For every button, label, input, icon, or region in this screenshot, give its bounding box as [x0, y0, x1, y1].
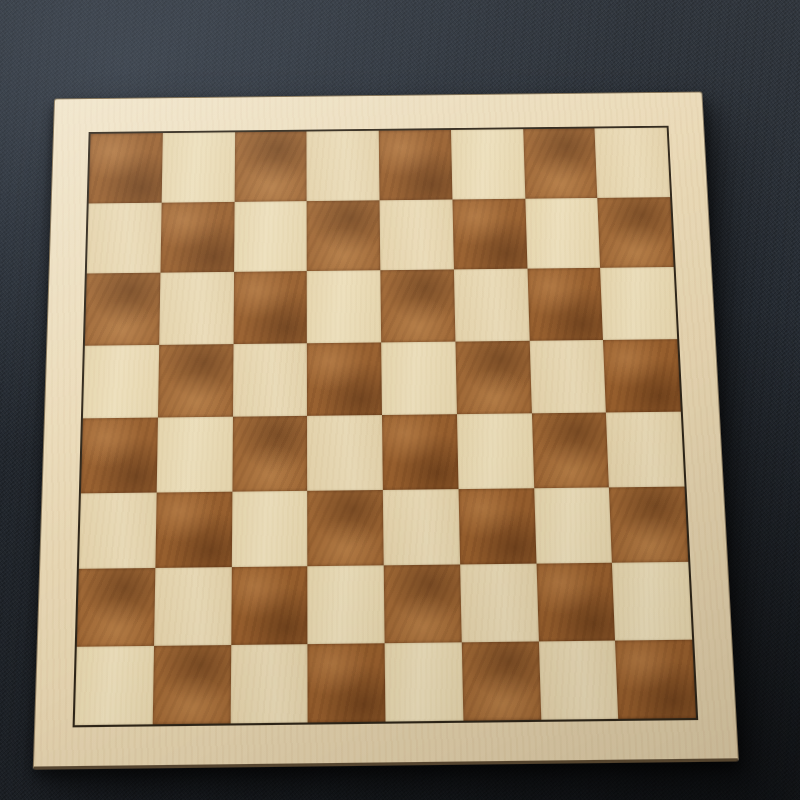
square-d4	[307, 415, 383, 490]
square-h1	[615, 639, 696, 719]
square-b4	[156, 417, 232, 492]
square-g6	[527, 268, 603, 340]
square-a1	[75, 645, 154, 725]
square-e4	[382, 414, 458, 489]
square-d8	[307, 131, 380, 201]
square-b7	[160, 201, 234, 272]
square-f6	[454, 269, 530, 342]
square-h8	[595, 128, 670, 198]
square-a3	[79, 492, 157, 569]
square-g3	[534, 487, 612, 564]
square-g4	[531, 412, 609, 487]
square-e6	[380, 269, 455, 342]
board-pinstripe	[73, 126, 699, 728]
board-grid	[75, 128, 696, 726]
board-frame	[33, 92, 739, 770]
square-f4	[457, 413, 534, 488]
square-f1	[461, 641, 540, 721]
square-d6	[307, 270, 381, 343]
square-e2	[384, 564, 462, 642]
square-h2	[612, 562, 692, 640]
square-c2	[231, 566, 308, 644]
square-h7	[597, 197, 673, 268]
square-e1	[385, 642, 464, 722]
square-c5	[232, 343, 307, 417]
square-f8	[451, 129, 525, 199]
square-g5	[529, 339, 606, 413]
square-e8	[379, 130, 452, 200]
square-c6	[233, 271, 307, 344]
square-b6	[159, 272, 234, 345]
square-c4	[232, 416, 307, 491]
square-c8	[234, 132, 307, 202]
square-h4	[606, 412, 684, 487]
square-g1	[538, 640, 618, 720]
square-b3	[155, 491, 232, 568]
square-c7	[234, 201, 307, 272]
square-a7	[87, 202, 162, 273]
square-b2	[154, 567, 232, 645]
square-d7	[307, 200, 380, 271]
square-g2	[536, 563, 615, 641]
square-f3	[458, 488, 536, 565]
square-b8	[161, 132, 234, 202]
square-a5	[83, 344, 159, 418]
square-d5	[307, 342, 382, 416]
square-g7	[525, 197, 600, 268]
square-a2	[77, 568, 155, 646]
square-h6	[600, 267, 677, 339]
square-h5	[603, 339, 681, 413]
square-b1	[152, 644, 230, 724]
square-e7	[380, 199, 454, 270]
square-b5	[158, 344, 233, 418]
square-f5	[455, 340, 531, 414]
square-d1	[308, 643, 386, 723]
square-a6	[85, 273, 160, 346]
square-a4	[81, 418, 158, 493]
square-e5	[381, 341, 457, 415]
square-h3	[609, 486, 688, 563]
chess-board	[33, 92, 739, 770]
photo-background	[0, 0, 800, 800]
square-d3	[307, 489, 383, 566]
square-c3	[231, 490, 307, 567]
square-a8	[89, 133, 163, 203]
square-d2	[308, 565, 385, 643]
square-e3	[383, 489, 460, 566]
square-g8	[523, 128, 598, 198]
square-f7	[452, 198, 527, 269]
square-f2	[460, 564, 539, 642]
square-c1	[230, 644, 308, 724]
